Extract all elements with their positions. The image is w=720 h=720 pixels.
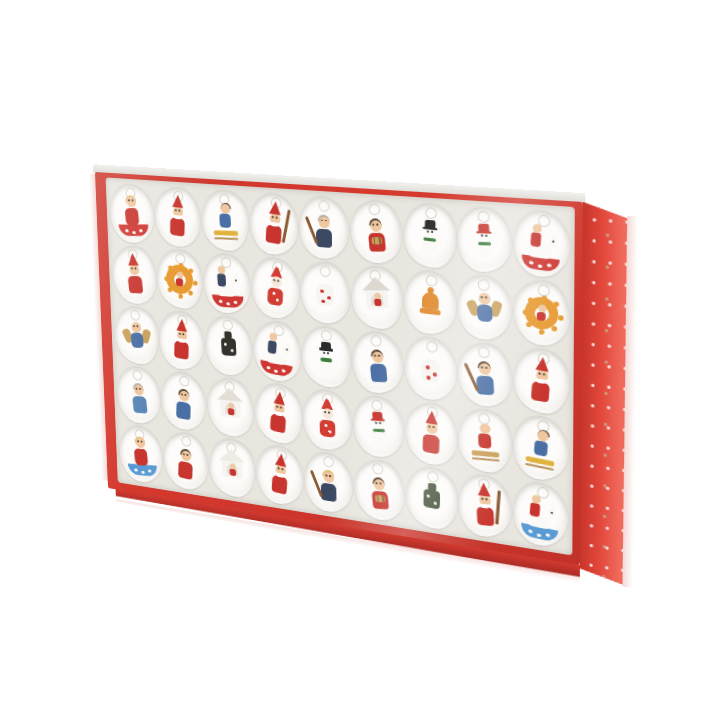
tray-cavity [405,400,457,468]
tray-cell [160,368,208,434]
tray-cell [249,189,300,257]
ornament-boy-on-yellow-sled-2 [515,418,567,479]
tray-cell [404,398,458,470]
tray [106,177,575,555]
ornament-rocking-horse-blue-rocker [515,485,567,546]
ornament-boy-with-broom [460,347,510,402]
ornament-girl-blue-bonnet [118,371,160,420]
tray-cell [457,203,513,276]
tray-cavity [256,443,304,508]
ornament-white-highchair-with-child [211,443,254,495]
ornament-white-lamb-red-dots [407,340,454,398]
tray-cell [158,307,206,373]
tray-cavity [405,334,457,402]
tray-cell [404,333,458,405]
tray-cell [154,183,203,249]
tray-cell [513,276,571,350]
tray-cavity [514,479,569,550]
tray-cavity [353,393,404,460]
tray-cavity [303,387,353,453]
ornament-caroler-with-accordion [351,205,401,258]
tray-cell [204,312,253,379]
tray-cell [458,470,513,543]
ornament-boy-on-yellow-sled [203,195,247,246]
ornament-orange-mushroom [407,274,454,332]
ornament-white-ornament-red-dots [304,266,348,320]
tray-cell [255,441,305,510]
tray-cavity [301,259,351,325]
ornament-orange-gear-wreath-figure [160,252,200,306]
tray-cavity [163,430,209,493]
tray-cell [513,344,570,418]
ornament-girl-red-dress [166,435,206,489]
ornament-santa-long-robe [162,314,202,368]
tray-cavity [154,185,201,248]
product-photo [0,0,720,720]
tray-cavity [161,370,207,433]
tray-cavity [352,329,403,396]
tray-cavity [514,277,570,348]
tray-cell [403,266,457,338]
tray-cavity [350,198,402,265]
ornament-white-chair-with-child [209,382,252,434]
ornament-red-gnome [113,251,156,299]
tray-cell [458,404,513,477]
tray-cell [162,428,210,495]
tray-cell [351,262,404,333]
tray-cavity [354,457,404,524]
tray-cavity [403,201,456,269]
tray-cavity [459,406,512,476]
ornament-snowman-green-scarf [305,330,349,385]
ornament-santa-with-cord [258,447,302,504]
box-front-rim [95,172,583,565]
tray-cell [352,327,405,398]
tray-cell [513,411,570,485]
tray-grid [108,181,571,552]
ornament-clown-white-pompoms [306,393,350,448]
tray-cavity [205,314,253,378]
tray-cell [301,322,353,392]
ornament-santa-with-broom [252,196,297,253]
tray-cell [156,246,204,312]
ornament-girl-on-red-rocker [110,189,153,238]
tray-cavity [351,264,402,331]
ornament-white-birdhouse-with-child [352,272,401,324]
tray-cavity [302,324,352,390]
ornament-santa-with-rope [257,386,301,443]
tray-cavity [458,340,512,409]
tray-cell [354,455,406,526]
ornament-santa-with-staff [461,479,510,535]
tray-cavity [459,471,512,541]
tray-cavity [209,436,256,500]
tray-cavity [404,268,457,336]
tray-cavity [249,191,298,256]
tray-cell [208,434,257,502]
tray-cell [113,303,160,368]
tray-cavity [207,375,254,439]
ornament-drummer-blond [307,456,350,511]
tray-cavity [119,423,164,485]
tray-cell [118,422,165,488]
tray-cell [405,462,458,534]
tray-cell [513,206,571,280]
tray-cavity [514,413,569,484]
tray-cell [108,181,156,246]
ornament-blue-angel-gold-wings [460,280,510,335]
tray-cavity [514,346,570,417]
tray-cell [254,379,304,448]
ornament-angel-with-book [115,311,158,360]
ornament-red-clown [253,260,298,317]
ornament-caroler-red [355,465,403,517]
box-side-sparkles [580,202,627,584]
tray-cell [304,448,355,518]
ornament-dark-green-train [409,470,455,528]
ornament-snowman-black-top-hat [406,207,454,265]
tray-cell [298,193,350,262]
tray-cavity [406,464,458,533]
ornament-rocking-horse-red-rocker [516,213,569,274]
tray-cavity [251,255,300,320]
tray-cell [353,391,405,462]
tray-cavity [201,188,249,252]
tray-cell [457,271,513,344]
ornament-rocking-horse-dark-rider [255,323,300,380]
tray-cavity [203,251,251,315]
tray-cavity [458,205,512,274]
tray-cavity [114,304,160,366]
tray-cell [252,317,302,385]
tray-cavity [157,247,204,310]
ornament-box [95,172,642,597]
tray-cell [116,362,163,427]
ornament-orange-sun-wreath-figure [515,283,568,344]
tray-cavity [253,319,302,384]
ornament-small-red-gnome [408,405,455,463]
tray-cell [302,385,353,455]
tray-cavity [159,309,206,372]
tray-cell [458,338,514,411]
tray-cavity [304,450,353,516]
tray-cell [202,250,252,317]
ornament-santa-standing [158,190,199,244]
tray-cell [200,186,250,253]
tray-cell [300,258,352,327]
tray-cavity [116,364,161,426]
tray-cell [513,477,570,551]
tray-cell [402,199,457,271]
tray-cavity [254,381,302,446]
ornament-boy-blue [164,375,204,429]
tray-cavity [111,243,157,305]
tray-cell [350,196,404,266]
ornament-rocking-horse-navy-rider [205,258,249,309]
ornament-black-cat [207,320,250,372]
ornament-angel-on-blue-rocker [120,430,162,479]
ornament-santa-on-wooden-sled [461,414,511,469]
tray-cell [206,374,255,441]
tray-cell [111,242,158,307]
ornament-snowman-red-cap-lying [354,401,403,453]
ornament-drummer-boy-navy [302,201,346,255]
tray-cavity [458,273,512,342]
tray-cell [250,254,301,322]
ornament-boy-blue-overalls [353,337,402,389]
tray-cavity [109,182,155,244]
ornament-snowman-red-hat [460,212,511,267]
ornament-santa-bottle-shape [515,351,568,412]
tray-cavity [299,194,350,260]
tray-cavity [514,208,570,278]
